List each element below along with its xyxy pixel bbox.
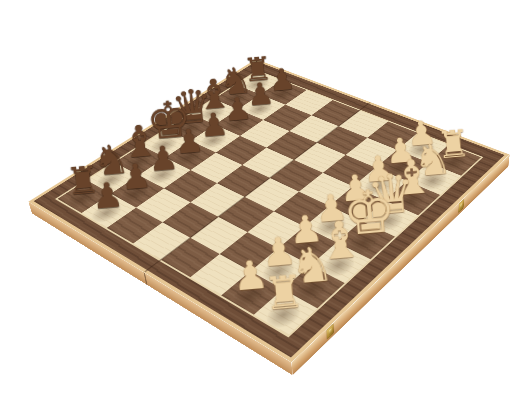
white-rook-icon: ♜ [259,268,308,317]
black-pawn-icon: ♟ [87,177,128,215]
chess-board: ♜♞♝♚♛♝♞♜♟♟♟♟♟♟♟♟♟♟♟♟♟♟♟♟♜♞♝♚♛♝♞♜ [28,59,510,363]
chess-set-product-photo: ♜♞♝♚♛♝♞♜♟♟♟♟♟♟♟♟♟♟♟♟♟♟♟♟♜♞♝♚♛♝♞♜ [0,0,512,401]
piece-black-pawn-h7: ♟ [82,194,136,228]
fold-seam-side [144,272,148,285]
